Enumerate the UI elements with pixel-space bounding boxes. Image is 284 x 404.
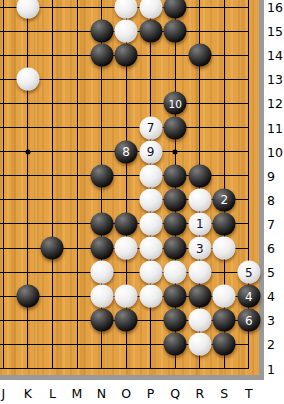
move-10-black-stone-Q12[interactable]: 10	[164, 92, 187, 115]
black-stone-S3[interactable]	[213, 309, 236, 332]
move-number-label: 8	[122, 146, 130, 158]
row-label-7: 7	[267, 216, 275, 231]
black-stone-P15[interactable]	[139, 20, 162, 43]
row-label-8: 8	[267, 192, 275, 207]
white-stone-O16[interactable]	[115, 0, 138, 19]
move-8-black-stone-O10[interactable]: 8	[115, 140, 138, 163]
move-number-label: 7	[147, 122, 155, 134]
black-stone-Q11[interactable]	[164, 116, 187, 139]
row-label-14: 14	[267, 48, 283, 63]
row-label-10: 10	[267, 144, 283, 159]
row-label-15: 15	[267, 24, 283, 39]
column-label-K: K	[24, 386, 32, 401]
white-stone-R8[interactable]	[188, 188, 211, 211]
move-number-label: 3	[196, 242, 204, 254]
white-stone-Q5[interactable]	[164, 261, 187, 284]
white-stone-S4[interactable]	[213, 285, 236, 308]
column-label-T: T	[245, 386, 253, 401]
row-label-9: 9	[267, 168, 275, 183]
black-stone-S2[interactable]	[213, 333, 236, 356]
row-label-11: 11	[267, 120, 283, 135]
black-stone-Q15[interactable]	[164, 20, 187, 43]
move-5-white-stone-T5[interactable]: 5	[237, 261, 260, 284]
black-stone-Q4[interactable]	[164, 285, 187, 308]
go-board[interactable]: 10824679135	[0, 0, 264, 380]
black-stone-Q16[interactable]	[164, 0, 187, 19]
move-number-label: 4	[245, 290, 253, 302]
row-label-12: 12	[267, 96, 283, 111]
white-stone-K16[interactable]	[16, 0, 39, 19]
white-stone-P4[interactable]	[139, 285, 162, 308]
move-9-white-stone-P10[interactable]: 9	[139, 140, 162, 163]
white-stone-O4[interactable]	[115, 285, 138, 308]
black-stone-Q6[interactable]	[164, 237, 187, 260]
black-stone-O7[interactable]	[115, 212, 138, 235]
black-stone-L6[interactable]	[41, 237, 64, 260]
column-label-S: S	[220, 386, 228, 401]
white-stone-P7[interactable]	[139, 212, 162, 235]
white-stone-O6[interactable]	[115, 237, 138, 260]
column-label-N: N	[97, 386, 106, 401]
move-number-label: 2	[220, 194, 228, 206]
column-label-J: J	[2, 386, 6, 401]
move-number-label: 10	[168, 98, 181, 109]
row-label-16: 16	[267, 0, 283, 15]
row-label-6: 6	[267, 241, 275, 256]
column-label-M: M	[72, 386, 83, 401]
black-stone-Q8[interactable]	[164, 188, 187, 211]
star-point-Q10	[173, 149, 178, 154]
move-2-black-stone-S8[interactable]: 2	[213, 188, 236, 211]
white-stone-N5[interactable]	[90, 261, 113, 284]
white-stone-R3[interactable]	[188, 309, 211, 332]
black-stone-K4[interactable]	[16, 285, 39, 308]
move-number-label: 1	[196, 218, 204, 230]
black-stone-R14[interactable]	[188, 44, 211, 67]
black-stone-R9[interactable]	[188, 164, 211, 187]
grid-line-row-11	[0, 127, 249, 128]
move-number-label: 9	[147, 146, 155, 158]
grid-line-row-12	[0, 103, 249, 104]
move-number-label: 5	[245, 266, 253, 278]
move-4-black-stone-T4[interactable]: 4	[237, 285, 260, 308]
star-point-K10	[25, 149, 30, 154]
move-number-label: 6	[245, 314, 253, 326]
row-label-13: 13	[267, 72, 283, 87]
black-stone-Q3[interactable]	[164, 309, 187, 332]
column-label-P: P	[147, 386, 155, 401]
black-stone-Q7[interactable]	[164, 212, 187, 235]
black-stone-N9[interactable]	[90, 164, 113, 187]
white-stone-P6[interactable]	[139, 237, 162, 260]
white-stone-P16[interactable]	[139, 0, 162, 19]
white-stone-R2[interactable]	[188, 333, 211, 356]
white-stone-R5[interactable]	[188, 261, 211, 284]
white-stone-N4[interactable]	[90, 285, 113, 308]
black-stone-O14[interactable]	[115, 44, 138, 67]
column-label-L: L	[49, 386, 56, 401]
row-label-3: 3	[267, 313, 275, 328]
black-stone-N6[interactable]	[90, 237, 113, 260]
white-stone-P5[interactable]	[139, 261, 162, 284]
black-stone-R4[interactable]	[188, 285, 211, 308]
grid-line-row-9	[0, 175, 249, 176]
column-label-R: R	[195, 386, 204, 401]
white-stone-P9[interactable]	[139, 164, 162, 187]
column-label-O: O	[121, 386, 131, 401]
move-7-white-stone-P11[interactable]: 7	[139, 116, 162, 139]
move-6-black-stone-T3[interactable]: 6	[237, 309, 260, 332]
black-stone-N3[interactable]	[90, 309, 113, 332]
white-stone-O15[interactable]	[115, 20, 138, 43]
row-label-4: 4	[267, 289, 275, 304]
white-stone-P8[interactable]	[139, 188, 162, 211]
go-diagram: 10824679135 16151413121110987654321 JKLM…	[0, 0, 284, 404]
column-label-Q: Q	[170, 386, 180, 401]
white-stone-K13[interactable]	[16, 68, 39, 91]
row-label-1: 1	[267, 361, 275, 376]
black-stone-Q2[interactable]	[164, 333, 187, 356]
black-stone-N7[interactable]	[90, 212, 113, 235]
row-label-2: 2	[267, 337, 275, 352]
move-3-white-stone-R6[interactable]: 3	[188, 237, 211, 260]
white-stone-S6[interactable]	[213, 237, 236, 260]
grid-line-row-1	[0, 368, 249, 369]
black-stone-O3[interactable]	[115, 309, 138, 332]
row-label-5: 5	[267, 265, 275, 280]
black-stone-N15[interactable]	[90, 20, 113, 43]
black-stone-S7[interactable]	[213, 212, 236, 235]
grid-line-row-5	[0, 272, 249, 273]
black-stone-N14[interactable]	[90, 44, 113, 67]
black-stone-Q9[interactable]	[164, 164, 187, 187]
move-1-white-stone-R7[interactable]: 1	[188, 212, 211, 235]
